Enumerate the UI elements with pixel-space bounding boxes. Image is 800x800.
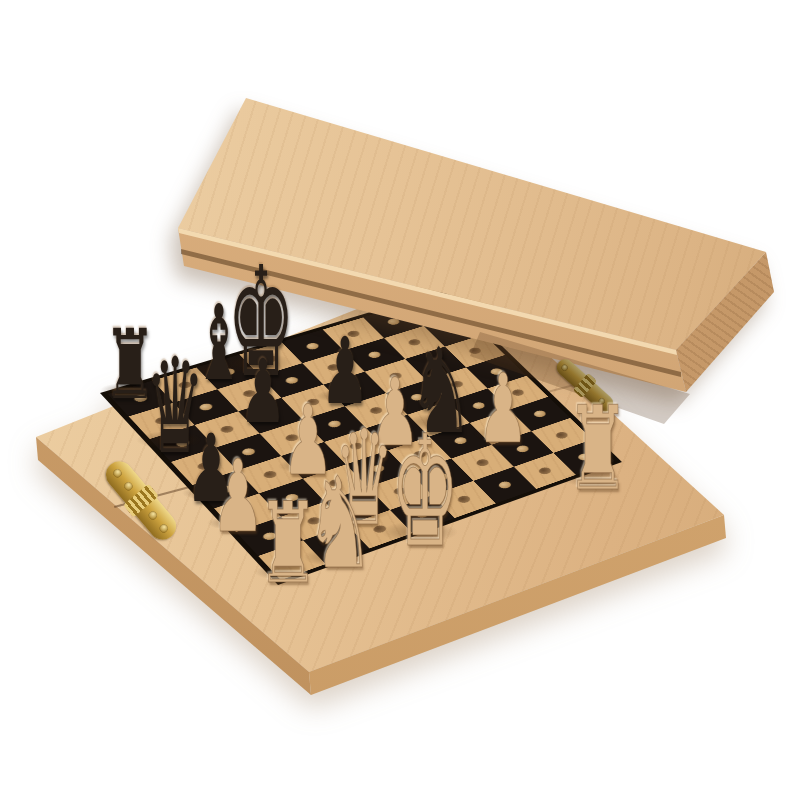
piece-white-rook-a1[interactable]: ♜ <box>257 487 319 599</box>
piece-white-rook-h1[interactable]: ♜ <box>566 391 630 507</box>
chess-set-photo: ♚♝♜♟♟♞♟♟♛♟♜♟♛♟♚♞♜ <box>0 0 800 800</box>
piece-white-king-d1[interactable]: ♚ <box>390 415 459 569</box>
piece-white-pawn-g3[interactable]: ♟ <box>477 361 529 457</box>
pieces-layer: ♚♝♜♟♟♞♟♟♛♟♜♟♛♟♚♞♜ <box>0 0 800 800</box>
piece-black-pawn-c6[interactable]: ♟ <box>239 348 286 436</box>
